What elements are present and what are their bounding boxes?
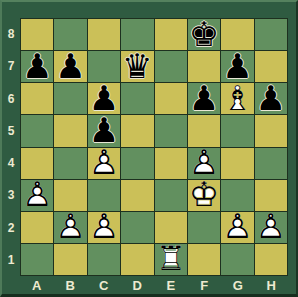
white-bishop-piece: ♝♗: [221, 83, 253, 114]
black-piece-fill-glyph: ♚: [188, 18, 220, 49]
chessboard: ♚♟♟♛♟♟♟♝♗♟♟♟♙♟♙♟♙♚♔♟♙♟♙♟♙♟♙♜♖: [20, 18, 288, 276]
square-h7[interactable]: [255, 51, 287, 82]
square-a7[interactable]: ♟: [21, 51, 53, 82]
white-piece-outline-glyph: ♙: [21, 179, 53, 210]
white-pawn-piece: ♟♙: [221, 212, 253, 243]
square-e4[interactable]: [155, 148, 187, 179]
square-b7[interactable]: ♟: [54, 51, 86, 82]
square-h3[interactable]: [255, 180, 287, 211]
white-pawn-piece: ♟♙: [255, 212, 287, 243]
white-piece-fill-glyph: ♟: [54, 211, 86, 242]
square-g4[interactable]: [221, 148, 253, 179]
white-pawn-piece: ♟♙: [88, 212, 120, 243]
square-b4[interactable]: [54, 148, 86, 179]
black-piece-fill-glyph: ♟: [88, 82, 120, 113]
square-c2[interactable]: ♟♙: [88, 212, 120, 243]
black-piece-fill-glyph: ♛: [121, 50, 153, 81]
file-label-h: H: [255, 276, 289, 294]
square-g8[interactable]: [221, 19, 253, 50]
square-c8[interactable]: [88, 19, 120, 50]
square-h8[interactable]: [255, 19, 287, 50]
white-piece-fill-glyph: ♟: [221, 211, 253, 242]
file-label-c: C: [87, 276, 121, 294]
black-piece-fill-glyph: ♟: [54, 50, 86, 81]
file-label-d: D: [121, 276, 155, 294]
square-g5[interactable]: [221, 115, 253, 146]
square-c4[interactable]: ♟♙: [88, 148, 120, 179]
square-f3[interactable]: ♚♔: [188, 180, 220, 211]
square-b1[interactable]: [54, 244, 86, 275]
white-piece-outline-glyph: ♙: [188, 147, 220, 178]
white-piece-outline-glyph: ♙: [88, 211, 120, 242]
black-pawn-piece: ♟: [21, 51, 53, 82]
black-piece-fill-glyph: ♟: [88, 114, 120, 145]
square-f7[interactable]: [188, 51, 220, 82]
square-b5[interactable]: [54, 115, 86, 146]
square-f4[interactable]: ♟♙: [188, 148, 220, 179]
rank-label-2: 2: [2, 212, 20, 244]
square-g2[interactable]: ♟♙: [221, 212, 253, 243]
square-e2[interactable]: [155, 212, 187, 243]
white-piece-fill-glyph: ♟: [21, 179, 53, 210]
square-a1[interactable]: [21, 244, 53, 275]
black-king-piece: ♚: [188, 19, 220, 50]
black-pawn-piece: ♟: [255, 83, 287, 114]
square-c7[interactable]: [88, 51, 120, 82]
square-e8[interactable]: [155, 19, 187, 50]
black-pawn-piece: ♟: [88, 83, 120, 114]
file-label-e: E: [154, 276, 188, 294]
rank-label-5: 5: [2, 115, 20, 147]
white-pawn-piece: ♟♙: [88, 148, 120, 179]
file-label-b: B: [54, 276, 88, 294]
file-label-g: G: [221, 276, 255, 294]
white-piece-outline-glyph: ♙: [54, 211, 86, 242]
square-d6[interactable]: [121, 83, 153, 114]
square-e7[interactable]: [155, 51, 187, 82]
square-f8[interactable]: ♚: [188, 19, 220, 50]
square-b6[interactable]: [54, 83, 86, 114]
white-piece-fill-glyph: ♟: [188, 147, 220, 178]
white-pawn-piece: ♟♙: [54, 212, 86, 243]
black-pawn-piece: ♟: [88, 115, 120, 146]
black-piece-fill-glyph: ♟: [21, 50, 53, 81]
square-d2[interactable]: [121, 212, 153, 243]
white-piece-outline-glyph: ♗: [221, 82, 253, 113]
square-e6[interactable]: [155, 83, 187, 114]
white-piece-outline-glyph: ♙: [255, 211, 287, 242]
rank-label-1: 1: [2, 244, 20, 276]
black-queen-piece: ♛: [121, 51, 153, 82]
square-b3[interactable]: [54, 180, 86, 211]
square-a4[interactable]: [21, 148, 53, 179]
black-piece-fill-glyph: ♟: [188, 82, 220, 113]
white-piece-fill-glyph: ♝: [221, 82, 253, 113]
rank-label-6: 6: [2, 83, 20, 115]
file-label-f: F: [188, 276, 222, 294]
square-d7[interactable]: ♛: [121, 51, 153, 82]
square-c1[interactable]: [88, 244, 120, 275]
white-pawn-piece: ♟♙: [188, 148, 220, 179]
white-piece-fill-glyph: ♟: [255, 211, 287, 242]
square-g3[interactable]: [221, 180, 253, 211]
white-piece-outline-glyph: ♙: [221, 211, 253, 242]
square-c3[interactable]: [88, 180, 120, 211]
square-h5[interactable]: [255, 115, 287, 146]
square-e5[interactable]: [155, 115, 187, 146]
square-g1[interactable]: [221, 244, 253, 275]
white-pawn-piece: ♟♙: [21, 180, 53, 211]
square-d1[interactable]: [121, 244, 153, 275]
square-h2[interactable]: ♟♙: [255, 212, 287, 243]
white-piece-outline-glyph: ♔: [188, 179, 220, 210]
square-f1[interactable]: [188, 244, 220, 275]
rank-labels: 87654321: [2, 18, 20, 276]
square-d8[interactable]: [121, 19, 153, 50]
square-f5[interactable]: [188, 115, 220, 146]
square-c6[interactable]: ♟: [88, 83, 120, 114]
square-c5[interactable]: ♟: [88, 115, 120, 146]
square-b8[interactable]: [54, 19, 86, 50]
black-pawn-piece: ♟: [188, 83, 220, 114]
file-labels: ABCDEFGH: [20, 276, 288, 294]
white-piece-outline-glyph: ♖: [155, 243, 187, 274]
square-d3[interactable]: [121, 180, 153, 211]
chessboard-frame: 87654321 ♚♟♟♛♟♟♟♝♗♟♟♟♙♟♙♟♙♚♔♟♙♟♙♟♙♟♙♜♖ A…: [0, 0, 298, 297]
square-g7[interactable]: ♟: [221, 51, 253, 82]
rank-label-8: 8: [2, 18, 20, 50]
square-a8[interactable]: [21, 19, 53, 50]
black-pawn-piece: ♟: [54, 51, 86, 82]
white-piece-fill-glyph: ♟: [88, 147, 120, 178]
white-piece-fill-glyph: ♜: [155, 243, 187, 274]
white-piece-fill-glyph: ♚: [188, 179, 220, 210]
square-b2[interactable]: ♟♙: [54, 212, 86, 243]
square-a3[interactable]: ♟♙: [21, 180, 53, 211]
white-rook-piece: ♜♖: [155, 244, 187, 275]
square-e1[interactable]: ♜♖: [155, 244, 187, 275]
square-f2[interactable]: [188, 212, 220, 243]
square-e3[interactable]: [155, 180, 187, 211]
black-piece-fill-glyph: ♟: [255, 82, 287, 113]
white-piece-outline-glyph: ♙: [88, 147, 120, 178]
black-piece-fill-glyph: ♟: [221, 50, 253, 81]
square-f6[interactable]: ♟: [188, 83, 220, 114]
square-d5[interactable]: [121, 115, 153, 146]
square-h1[interactable]: [255, 244, 287, 275]
white-piece-fill-glyph: ♟: [88, 211, 120, 242]
rank-label-4: 4: [2, 147, 20, 179]
square-d4[interactable]: [121, 148, 153, 179]
square-h6[interactable]: ♟: [255, 83, 287, 114]
square-a6[interactable]: [21, 83, 53, 114]
square-a2[interactable]: [21, 212, 53, 243]
black-pawn-piece: ♟: [221, 51, 253, 82]
white-king-piece: ♚♔: [188, 180, 220, 211]
square-h4[interactable]: [255, 148, 287, 179]
rank-label-7: 7: [2, 50, 20, 82]
file-label-a: A: [20, 276, 54, 294]
square-g6[interactable]: ♝♗: [221, 83, 253, 114]
square-a5[interactable]: [21, 115, 53, 146]
rank-label-3: 3: [2, 179, 20, 211]
